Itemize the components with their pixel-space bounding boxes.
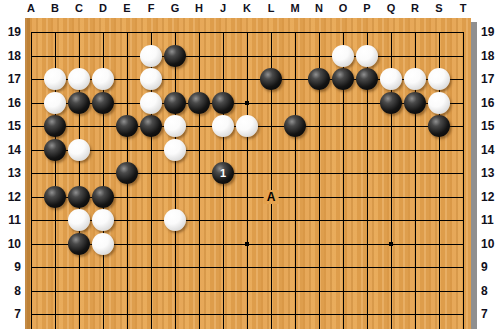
row-label-left-8: 8 <box>0 285 21 297</box>
row-label-right-8: 8 <box>481 285 500 297</box>
white-stone-g11[interactable] <box>164 209 186 231</box>
black-stone-b14[interactable] <box>44 139 66 161</box>
black-stone-n17[interactable] <box>308 68 330 90</box>
white-stone-d11[interactable] <box>92 209 114 231</box>
white-stone-r17[interactable] <box>404 68 426 90</box>
black-stone-m15[interactable] <box>284 115 306 137</box>
black-stone-c16[interactable] <box>68 92 90 114</box>
black-stone-g18[interactable] <box>164 45 186 67</box>
black-stone-s15[interactable] <box>428 115 450 137</box>
white-stone-q17[interactable] <box>380 68 402 90</box>
column-label-b: B <box>43 2 67 14</box>
row-label-left-16: 16 <box>0 97 21 109</box>
row-label-right-19: 19 <box>481 26 500 38</box>
row-label-left-11: 11 <box>0 214 21 226</box>
black-stone-d16[interactable] <box>92 92 114 114</box>
row-label-left-13: 13 <box>0 167 21 179</box>
column-label-g: G <box>163 2 187 14</box>
white-stone-p18[interactable] <box>356 45 378 67</box>
column-label-t: T <box>451 2 475 14</box>
black-stone-b15[interactable] <box>44 115 66 137</box>
row-label-right-13: 13 <box>481 167 500 179</box>
white-stone-d10[interactable] <box>92 233 114 255</box>
row-label-left-15: 15 <box>0 120 21 132</box>
row-label-right-15: 15 <box>481 120 500 132</box>
white-stone-b17[interactable] <box>44 68 66 90</box>
black-stone-c12[interactable] <box>68 186 90 208</box>
go-board[interactable]: 1 A <box>25 18 471 329</box>
black-stone-j16[interactable] <box>212 92 234 114</box>
row-label-left-17: 17 <box>0 73 21 85</box>
board-drop-shadow <box>471 22 477 329</box>
go-diagram: 1 A ABCDEFGHJKLMNOPQRST 1919181817171616… <box>0 0 500 329</box>
white-stone-d17[interactable] <box>92 68 114 90</box>
column-label-c: C <box>67 2 91 14</box>
white-stone-f18[interactable] <box>140 45 162 67</box>
row-label-left-14: 14 <box>0 144 21 156</box>
black-stone-e13[interactable] <box>116 162 138 184</box>
row-label-right-11: 11 <box>481 214 500 226</box>
column-label-m: M <box>283 2 307 14</box>
row-label-right-12: 12 <box>481 191 500 203</box>
column-label-e: E <box>115 2 139 14</box>
column-label-h: H <box>187 2 211 14</box>
row-label-right-14: 14 <box>481 144 500 156</box>
column-label-j: J <box>211 2 235 14</box>
row-label-left-19: 19 <box>0 26 21 38</box>
column-label-n: N <box>307 2 331 14</box>
white-stone-b16[interactable] <box>44 92 66 114</box>
white-stone-c14[interactable] <box>68 139 90 161</box>
row-label-right-16: 16 <box>481 97 500 109</box>
stones-layer: 1 <box>19 20 475 329</box>
column-label-a: A <box>19 2 43 14</box>
white-stone-k15[interactable] <box>236 115 258 137</box>
black-stone-p17[interactable] <box>356 68 378 90</box>
black-stone-q16[interactable] <box>380 92 402 114</box>
white-stone-f16[interactable] <box>140 92 162 114</box>
white-stone-j15[interactable] <box>212 115 234 137</box>
black-stone-d12[interactable] <box>92 186 114 208</box>
row-label-right-17: 17 <box>481 73 500 85</box>
white-stone-s17[interactable] <box>428 68 450 90</box>
black-stone-h16[interactable] <box>188 92 210 114</box>
black-stone-f15[interactable] <box>140 115 162 137</box>
black-stone-b12[interactable] <box>44 186 66 208</box>
white-stone-g14[interactable] <box>164 139 186 161</box>
black-stone-j13[interactable]: 1 <box>212 162 234 184</box>
black-stone-r16[interactable] <box>404 92 426 114</box>
column-label-o: O <box>331 2 355 14</box>
point-annotation-l12: A <box>264 190 279 204</box>
column-label-r: R <box>403 2 427 14</box>
row-label-right-18: 18 <box>481 50 500 62</box>
column-label-q: Q <box>379 2 403 14</box>
row-label-left-12: 12 <box>0 191 21 203</box>
black-stone-o17[interactable] <box>332 68 354 90</box>
row-label-left-10: 10 <box>0 238 21 250</box>
white-stone-o18[interactable] <box>332 45 354 67</box>
column-label-p: P <box>355 2 379 14</box>
white-stone-c11[interactable] <box>68 209 90 231</box>
white-stone-s16[interactable] <box>428 92 450 114</box>
white-stone-g15[interactable] <box>164 115 186 137</box>
column-label-s: S <box>427 2 451 14</box>
row-label-right-9: 9 <box>481 261 500 273</box>
column-label-d: D <box>91 2 115 14</box>
row-label-right-10: 10 <box>481 238 500 250</box>
white-stone-f17[interactable] <box>140 68 162 90</box>
black-stone-e15[interactable] <box>116 115 138 137</box>
row-label-right-7: 7 <box>481 308 500 320</box>
black-stone-c10[interactable] <box>68 233 90 255</box>
row-label-left-18: 18 <box>0 50 21 62</box>
black-stone-g16[interactable] <box>164 92 186 114</box>
black-stone-l17[interactable] <box>260 68 282 90</box>
column-label-f: F <box>139 2 163 14</box>
column-label-k: K <box>235 2 259 14</box>
white-stone-c17[interactable] <box>68 68 90 90</box>
row-label-left-7: 7 <box>0 308 21 320</box>
column-label-l: L <box>259 2 283 14</box>
row-label-left-9: 9 <box>0 261 21 273</box>
